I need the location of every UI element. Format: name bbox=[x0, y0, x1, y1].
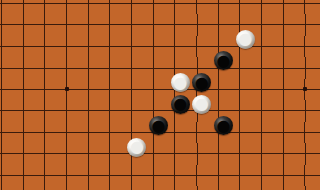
intersection[interactable] bbox=[78, 57, 100, 79]
intersection[interactable] bbox=[229, 36, 251, 58]
intersection[interactable] bbox=[316, 79, 320, 101]
intersection[interactable] bbox=[78, 165, 100, 187]
intersection[interactable] bbox=[316, 143, 320, 165]
intersection[interactable] bbox=[56, 186, 78, 190]
intersection[interactable] bbox=[121, 165, 143, 187]
intersection[interactable] bbox=[78, 36, 100, 58]
intersection[interactable] bbox=[273, 143, 295, 165]
intersection[interactable] bbox=[99, 57, 121, 79]
intersection[interactable] bbox=[229, 100, 251, 122]
intersection[interactable] bbox=[208, 122, 230, 144]
intersection[interactable] bbox=[34, 165, 56, 187]
intersection[interactable] bbox=[251, 57, 273, 79]
intersection[interactable] bbox=[99, 0, 121, 14]
intersection[interactable] bbox=[229, 57, 251, 79]
intersection[interactable] bbox=[0, 57, 13, 79]
intersection[interactable] bbox=[78, 122, 100, 144]
intersection[interactable] bbox=[56, 165, 78, 187]
intersection[interactable] bbox=[164, 122, 186, 144]
intersection[interactable] bbox=[143, 100, 165, 122]
intersection[interactable] bbox=[316, 186, 320, 190]
intersection[interactable] bbox=[229, 122, 251, 144]
intersection[interactable] bbox=[78, 14, 100, 36]
intersection[interactable] bbox=[316, 0, 320, 14]
intersection[interactable] bbox=[251, 165, 273, 187]
intersection[interactable] bbox=[143, 0, 165, 14]
gomoku-board: ●●●●●●●●● bbox=[0, 0, 320, 190]
intersection[interactable] bbox=[34, 186, 56, 190]
intersection[interactable] bbox=[251, 186, 273, 190]
intersection[interactable] bbox=[34, 100, 56, 122]
intersection[interactable] bbox=[164, 100, 186, 122]
intersection[interactable] bbox=[99, 122, 121, 144]
intersection[interactable] bbox=[186, 36, 208, 58]
intersection[interactable] bbox=[0, 0, 13, 14]
intersection[interactable] bbox=[34, 79, 56, 101]
intersection[interactable] bbox=[316, 122, 320, 144]
intersection[interactable] bbox=[229, 186, 251, 190]
intersection[interactable] bbox=[294, 143, 316, 165]
intersection[interactable] bbox=[143, 79, 165, 101]
intersection[interactable] bbox=[294, 0, 316, 14]
intersection[interactable] bbox=[273, 14, 295, 36]
intersection[interactable] bbox=[186, 0, 208, 14]
intersection[interactable] bbox=[121, 143, 143, 165]
intersection[interactable] bbox=[143, 143, 165, 165]
intersection[interactable] bbox=[121, 79, 143, 101]
intersection[interactable] bbox=[186, 165, 208, 187]
intersection[interactable] bbox=[13, 186, 35, 190]
star-point bbox=[303, 87, 307, 91]
intersection[interactable] bbox=[294, 122, 316, 144]
intersection[interactable] bbox=[316, 14, 320, 36]
intersection[interactable] bbox=[273, 122, 295, 144]
intersection[interactable] bbox=[0, 79, 13, 101]
intersection[interactable] bbox=[99, 79, 121, 101]
intersection[interactable] bbox=[121, 14, 143, 36]
intersection[interactable] bbox=[34, 0, 56, 14]
intersection[interactable] bbox=[56, 122, 78, 144]
intersection[interactable] bbox=[56, 14, 78, 36]
intersection[interactable] bbox=[121, 57, 143, 79]
intersection[interactable] bbox=[143, 186, 165, 190]
intersection[interactable] bbox=[229, 79, 251, 101]
intersection[interactable] bbox=[186, 100, 208, 122]
intersection[interactable] bbox=[164, 57, 186, 79]
intersection[interactable] bbox=[208, 14, 230, 36]
intersection[interactable] bbox=[34, 122, 56, 144]
intersection[interactable] bbox=[186, 57, 208, 79]
intersection[interactable] bbox=[13, 79, 35, 101]
intersection[interactable] bbox=[0, 143, 13, 165]
intersection[interactable] bbox=[34, 36, 56, 58]
intersection[interactable] bbox=[0, 36, 13, 58]
intersection[interactable] bbox=[273, 57, 295, 79]
intersection[interactable] bbox=[0, 165, 13, 187]
intersection[interactable] bbox=[316, 165, 320, 187]
intersection[interactable] bbox=[56, 79, 78, 101]
intersection[interactable] bbox=[251, 79, 273, 101]
intersection[interactable] bbox=[34, 143, 56, 165]
star-point bbox=[65, 87, 69, 91]
intersection[interactable] bbox=[294, 57, 316, 79]
intersection[interactable] bbox=[13, 122, 35, 144]
intersection[interactable] bbox=[56, 100, 78, 122]
intersection[interactable] bbox=[273, 100, 295, 122]
intersection[interactable] bbox=[13, 14, 35, 36]
intersection[interactable] bbox=[0, 186, 13, 190]
intersection[interactable] bbox=[143, 122, 165, 144]
intersection[interactable] bbox=[251, 0, 273, 14]
intersection[interactable] bbox=[143, 14, 165, 36]
intersection[interactable] bbox=[143, 36, 165, 58]
intersection[interactable] bbox=[13, 36, 35, 58]
intersection[interactable] bbox=[316, 100, 320, 122]
intersection[interactable] bbox=[164, 165, 186, 187]
intersection[interactable] bbox=[0, 122, 13, 144]
intersection[interactable] bbox=[99, 36, 121, 58]
intersection[interactable] bbox=[56, 143, 78, 165]
intersection[interactable] bbox=[121, 100, 143, 122]
intersection[interactable] bbox=[294, 36, 316, 58]
intersection[interactable] bbox=[164, 186, 186, 190]
intersection[interactable] bbox=[78, 143, 100, 165]
intersection[interactable] bbox=[164, 36, 186, 58]
intersection[interactable] bbox=[143, 57, 165, 79]
intersection[interactable] bbox=[121, 0, 143, 14]
intersection[interactable] bbox=[208, 36, 230, 58]
intersection[interactable] bbox=[56, 0, 78, 14]
intersection[interactable] bbox=[186, 122, 208, 144]
intersection[interactable] bbox=[164, 14, 186, 36]
intersection[interactable] bbox=[78, 0, 100, 14]
intersection[interactable] bbox=[186, 79, 208, 101]
intersection[interactable] bbox=[78, 100, 100, 122]
intersection[interactable] bbox=[13, 0, 35, 14]
intersection[interactable] bbox=[208, 165, 230, 187]
intersection[interactable] bbox=[251, 143, 273, 165]
intersection[interactable] bbox=[13, 100, 35, 122]
intersection[interactable] bbox=[294, 79, 316, 101]
intersection[interactable] bbox=[99, 165, 121, 187]
intersection[interactable] bbox=[229, 143, 251, 165]
intersection[interactable] bbox=[34, 57, 56, 79]
intersection[interactable] bbox=[99, 143, 121, 165]
intersection[interactable] bbox=[13, 57, 35, 79]
intersection[interactable] bbox=[294, 186, 316, 190]
intersection[interactable] bbox=[251, 122, 273, 144]
intersection[interactable] bbox=[56, 57, 78, 79]
intersection[interactable] bbox=[273, 186, 295, 190]
intersection[interactable] bbox=[208, 0, 230, 14]
intersection[interactable] bbox=[273, 79, 295, 101]
intersection[interactable] bbox=[208, 79, 230, 101]
intersection[interactable] bbox=[273, 0, 295, 14]
intersection[interactable] bbox=[99, 186, 121, 190]
intersection[interactable] bbox=[99, 14, 121, 36]
intersection[interactable] bbox=[13, 165, 35, 187]
intersection[interactable] bbox=[273, 36, 295, 58]
intersection[interactable] bbox=[78, 186, 100, 190]
intersection[interactable] bbox=[34, 14, 56, 36]
intersection[interactable] bbox=[164, 79, 186, 101]
intersection[interactable] bbox=[229, 0, 251, 14]
intersection[interactable] bbox=[208, 186, 230, 190]
intersection[interactable] bbox=[13, 143, 35, 165]
intersection[interactable] bbox=[294, 165, 316, 187]
intersection[interactable] bbox=[273, 165, 295, 187]
intersection[interactable] bbox=[186, 186, 208, 190]
intersection[interactable] bbox=[186, 143, 208, 165]
intersection[interactable] bbox=[143, 165, 165, 187]
intersection[interactable] bbox=[121, 36, 143, 58]
intersection[interactable] bbox=[99, 100, 121, 122]
intersection[interactable] bbox=[186, 14, 208, 36]
intersection[interactable] bbox=[78, 79, 100, 101]
intersection[interactable] bbox=[0, 100, 13, 122]
intersection[interactable] bbox=[208, 57, 230, 79]
intersection[interactable] bbox=[251, 100, 273, 122]
intersection[interactable] bbox=[229, 165, 251, 187]
intersection[interactable] bbox=[0, 14, 13, 36]
intersection[interactable] bbox=[251, 36, 273, 58]
intersection[interactable] bbox=[208, 100, 230, 122]
intersection[interactable] bbox=[294, 100, 316, 122]
board-grid bbox=[0, 0, 320, 190]
intersection[interactable] bbox=[121, 122, 143, 144]
intersection[interactable] bbox=[164, 0, 186, 14]
intersection[interactable] bbox=[121, 186, 143, 190]
intersection[interactable] bbox=[208, 143, 230, 165]
intersection[interactable] bbox=[229, 14, 251, 36]
intersection[interactable] bbox=[316, 57, 320, 79]
intersection[interactable] bbox=[316, 36, 320, 58]
intersection[interactable] bbox=[294, 14, 316, 36]
intersection[interactable] bbox=[251, 14, 273, 36]
intersection[interactable] bbox=[56, 36, 78, 58]
intersection[interactable] bbox=[164, 143, 186, 165]
